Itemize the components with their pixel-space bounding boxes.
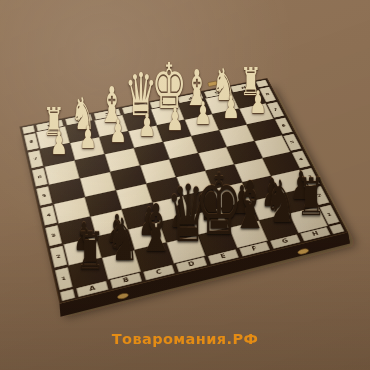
photo-of-folding-chess-set: AA88BB77CC66DD55EE44FF33GG22HH11 ♜♞♝♛♚♝♞… xyxy=(0,0,370,370)
corner-cell-2 xyxy=(60,289,76,301)
hinge xyxy=(208,81,218,87)
watermark: Товаромания.РФ xyxy=(112,331,258,347)
corner-cell-3 xyxy=(329,224,344,235)
